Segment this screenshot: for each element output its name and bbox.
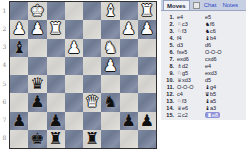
move-row: 4.f4♝b4 bbox=[161, 34, 246, 41]
move-row: 3.♘f3♞c6 bbox=[161, 27, 246, 34]
move-black[interactable]: ♝a5 bbox=[205, 98, 233, 104]
board-square-g6[interactable] bbox=[120, 93, 138, 111]
move-row: 5.d3d6 bbox=[161, 41, 246, 48]
board-square-g3[interactable] bbox=[120, 39, 138, 57]
rank-label: 7 bbox=[0, 111, 9, 129]
board-square-d1[interactable] bbox=[65, 2, 83, 20]
white-rook: ♜ bbox=[140, 2, 154, 20]
rank-label: 6 bbox=[0, 92, 9, 110]
move-row: 12.c4♛b5 bbox=[161, 90, 246, 97]
board-square-e7[interactable] bbox=[83, 112, 101, 130]
move-number: 7. bbox=[161, 56, 174, 62]
board-square-f5[interactable] bbox=[101, 75, 119, 93]
panel-tab-bar: Moves Chat Notes bbox=[161, 0, 246, 11]
board-square-d4[interactable] bbox=[65, 57, 83, 75]
moves-checkbox-icon[interactable] bbox=[193, 2, 200, 9]
board-square-a5[interactable] bbox=[10, 75, 28, 93]
board-square-e6[interactable]: ♛ bbox=[83, 93, 101, 111]
board-square-c4[interactable] bbox=[47, 57, 65, 75]
move-number: 9. bbox=[161, 70, 174, 76]
board-square-b1[interactable]: ♚ bbox=[28, 2, 46, 20]
board-square-a2[interactable]: ♟ bbox=[10, 20, 28, 38]
move-white[interactable]: exd6 bbox=[177, 56, 205, 62]
move-number: 11. bbox=[161, 84, 174, 90]
move-white[interactable]: ♘f3 bbox=[177, 28, 205, 34]
board-square-a8[interactable] bbox=[10, 130, 28, 148]
chess-app: 12345678 ♚♝♜♟♟♜♟♟♝♟♞♟♛♟♛♞♟♟♟♟♚♜♜ Moves C… bbox=[0, 0, 247, 150]
rank-label-gutter: 12345678 bbox=[0, 1, 9, 147]
black-pawn: ♟ bbox=[12, 112, 26, 130]
board-square-e2[interactable] bbox=[83, 20, 101, 38]
move-number: 5. bbox=[161, 42, 174, 48]
black-king: ♚ bbox=[30, 130, 44, 148]
board-square-b7[interactable] bbox=[28, 112, 46, 130]
black-pawn: ♟ bbox=[121, 112, 135, 130]
move-row: 11.O-O-O♝g4 bbox=[161, 83, 246, 90]
move-number: 6. bbox=[161, 49, 174, 55]
board-square-h6[interactable] bbox=[138, 93, 156, 111]
tab-chat[interactable]: Chat bbox=[204, 2, 217, 8]
move-white[interactable]: d3 bbox=[177, 42, 205, 48]
board-square-d5[interactable] bbox=[65, 75, 83, 93]
white-rook: ♜ bbox=[48, 20, 62, 38]
move-row: 10.♕xd3d5 bbox=[161, 76, 246, 83]
board-square-g7[interactable]: ♟ bbox=[120, 112, 138, 130]
move-row: 14.♕e6♝a3 bbox=[161, 104, 246, 111]
move-white[interactable]: c4 bbox=[177, 91, 205, 97]
board-square-g4[interactable] bbox=[120, 57, 138, 75]
board-square-c6[interactable] bbox=[47, 93, 65, 111]
board-square-c8[interactable]: ♜ bbox=[47, 130, 65, 148]
board-square-h3[interactable] bbox=[138, 39, 156, 57]
move-black[interactable]: ♝g4 bbox=[205, 84, 233, 90]
move-row: 9.♘g5exd3 bbox=[161, 69, 246, 76]
black-rook: ♜ bbox=[85, 130, 99, 148]
board-square-d6[interactable] bbox=[65, 93, 83, 111]
board-square-d3[interactable]: ♟ bbox=[65, 39, 83, 57]
black-bishop: ♝ bbox=[12, 39, 26, 57]
white-king: ♚ bbox=[30, 2, 44, 20]
board-square-a4[interactable] bbox=[10, 57, 28, 75]
board-square-h5[interactable] bbox=[138, 75, 156, 93]
black-knight: ♞ bbox=[103, 93, 117, 111]
move-row: 6.fxe5O-O-O bbox=[161, 48, 246, 55]
move-black[interactable]: O-O-O bbox=[205, 49, 233, 55]
black-rook: ♜ bbox=[48, 130, 62, 148]
board-square-e3[interactable] bbox=[83, 39, 101, 57]
move-row: 2.♘c3♞f6 bbox=[161, 20, 246, 27]
move-number: 1. bbox=[161, 14, 174, 20]
rank-label: 5 bbox=[0, 74, 9, 92]
move-black[interactable]: exd3 bbox=[205, 70, 233, 76]
white-pawn: ♟ bbox=[12, 20, 26, 38]
move-black[interactable]: ♛b5 bbox=[205, 91, 233, 97]
board-square-e5[interactable] bbox=[83, 75, 101, 93]
move-white[interactable]: O-O-O bbox=[177, 84, 205, 90]
move-number: 2. bbox=[161, 21, 174, 27]
black-pawn: ♟ bbox=[140, 112, 154, 130]
white-pawn: ♟ bbox=[121, 20, 135, 38]
side-panel: Moves Chat Notes 1.e4e52.♘c3♞f63.♘f3♞c64… bbox=[161, 0, 246, 117]
move-black[interactable]: ♞f6 bbox=[205, 21, 233, 27]
board-square-b5[interactable]: ♛ bbox=[28, 75, 46, 93]
move-black[interactable]: e4 bbox=[205, 63, 233, 69]
board-square-h4[interactable] bbox=[138, 57, 156, 75]
board-square-a1[interactable] bbox=[10, 2, 28, 20]
move-number: 12. bbox=[161, 91, 174, 97]
board-square-b2[interactable]: ♟ bbox=[28, 20, 46, 38]
board-square-e8[interactable]: ♜ bbox=[83, 130, 101, 148]
move-row: 7.exd6cxd6 bbox=[161, 55, 246, 62]
board-square-f8[interactable] bbox=[101, 130, 119, 148]
black-pawn: ♟ bbox=[48, 112, 62, 130]
tab-notes[interactable]: Notes bbox=[222, 2, 238, 8]
black-pawn: ♟ bbox=[30, 93, 44, 111]
move-white[interactable]: ♕e6 bbox=[177, 105, 205, 111]
board-square-e4[interactable] bbox=[83, 57, 101, 75]
board-square-a6[interactable] bbox=[10, 93, 28, 111]
move-black[interactable]: ♞c6 bbox=[205, 28, 233, 34]
move-row: 8.♗d2e4 bbox=[161, 62, 246, 69]
board-square-c2[interactable]: ♜ bbox=[47, 20, 65, 38]
move-number: 14. bbox=[161, 105, 174, 111]
move-row: 13.♘f3♝a5 bbox=[161, 97, 246, 104]
move-number: 3. bbox=[161, 28, 174, 34]
move-black[interactable]: ♝b4 bbox=[205, 35, 233, 41]
chess-board: ♚♝♜♟♟♜♟♟♝♟♞♟♛♟♛♞♟♟♟♟♚♜♜ bbox=[9, 1, 157, 149]
tab-moves[interactable]: Moves bbox=[163, 0, 190, 10]
board-square-g5[interactable] bbox=[120, 75, 138, 93]
move-white[interactable]: ♖c2 bbox=[177, 112, 205, 118]
board-square-d7[interactable] bbox=[65, 112, 83, 130]
move-black[interactable]: e5 bbox=[205, 14, 233, 20]
board-square-b6[interactable]: ♟ bbox=[28, 93, 46, 111]
board-square-c3[interactable] bbox=[47, 39, 65, 57]
board-square-f1[interactable]: ♝ bbox=[101, 2, 119, 20]
current-move-highlight[interactable]: ♜e8 bbox=[205, 112, 220, 118]
board-square-c5[interactable] bbox=[47, 75, 65, 93]
board-square-b3[interactable] bbox=[28, 39, 46, 57]
white-pawn: ♟ bbox=[67, 39, 81, 57]
white-bishop: ♝ bbox=[103, 2, 117, 20]
move-number: 15. bbox=[161, 112, 174, 118]
move-black[interactable]: ♜e8 bbox=[205, 112, 233, 118]
rank-label: 1 bbox=[0, 1, 9, 19]
move-white[interactable]: ♘g5 bbox=[177, 70, 205, 76]
move-number: 13. bbox=[161, 98, 174, 104]
board-square-g8[interactable] bbox=[120, 130, 138, 148]
white-pawn: ♟ bbox=[140, 20, 154, 38]
move-black[interactable]: cxd6 bbox=[205, 56, 233, 62]
board-square-b8[interactable]: ♚ bbox=[28, 130, 46, 148]
move-white[interactable]: e4 bbox=[177, 14, 205, 20]
board-square-c1[interactable] bbox=[47, 2, 65, 20]
board-square-f3[interactable]: ♞ bbox=[101, 39, 119, 57]
move-white[interactable]: ♘c3 bbox=[177, 21, 205, 27]
move-black[interactable]: ♝a3 bbox=[205, 105, 233, 111]
move-number: 10. bbox=[161, 77, 174, 83]
white-queen: ♛ bbox=[85, 93, 99, 111]
board-square-d2[interactable] bbox=[65, 20, 83, 38]
move-row: 1.e4e5 bbox=[161, 13, 246, 20]
board-square-f6[interactable]: ♞ bbox=[101, 93, 119, 111]
black-queen: ♛ bbox=[30, 75, 44, 93]
move-white[interactable]: f4 bbox=[177, 35, 205, 41]
white-pawn: ♟ bbox=[30, 20, 44, 38]
board-square-c7[interactable]: ♟ bbox=[47, 112, 65, 130]
board-square-d8[interactable] bbox=[65, 130, 83, 148]
move-black[interactable]: d5 bbox=[205, 77, 233, 83]
board-square-f2[interactable] bbox=[101, 20, 119, 38]
board-square-g1[interactable] bbox=[120, 2, 138, 20]
board-square-b4[interactable] bbox=[28, 57, 46, 75]
move-number: 8. bbox=[161, 63, 174, 69]
board-square-h2[interactable]: ♟ bbox=[138, 20, 156, 38]
board-square-a3[interactable]: ♝ bbox=[10, 39, 28, 57]
board-square-f4[interactable]: ♟ bbox=[101, 57, 119, 75]
board-square-a7[interactable]: ♟ bbox=[10, 112, 28, 130]
board-square-h8[interactable] bbox=[138, 130, 156, 148]
move-list: 1.e4e52.♘c3♞f63.♘f3♞c64.f4♝b45.d3d66.fxe… bbox=[161, 11, 246, 120]
board-square-e1[interactable] bbox=[83, 2, 101, 20]
move-black[interactable]: d6 bbox=[205, 42, 233, 48]
move-white[interactable]: fxe5 bbox=[177, 49, 205, 55]
move-white[interactable]: ♕xd3 bbox=[177, 77, 205, 83]
board-square-g2[interactable]: ♟ bbox=[120, 20, 138, 38]
white-knight: ♞ bbox=[103, 39, 117, 57]
move-row: 15.♖c2♜e8 bbox=[161, 111, 246, 118]
move-white[interactable]: ♗d2 bbox=[177, 63, 205, 69]
rank-label: 2 bbox=[0, 19, 9, 37]
board-square-h1[interactable]: ♜ bbox=[138, 2, 156, 20]
move-white[interactable]: ♘f3 bbox=[177, 98, 205, 104]
rank-label: 3 bbox=[0, 38, 9, 56]
rank-label: 4 bbox=[0, 56, 9, 74]
board-square-f7[interactable] bbox=[101, 112, 119, 130]
board-square-h7[interactable]: ♟ bbox=[138, 112, 156, 130]
move-number: 4. bbox=[161, 35, 174, 41]
white-pawn: ♟ bbox=[103, 57, 117, 75]
rank-label: 8 bbox=[0, 129, 9, 147]
